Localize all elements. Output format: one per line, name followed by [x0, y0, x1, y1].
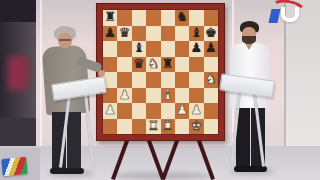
- square-c7: [132, 26, 146, 42]
- square-b2: [117, 103, 131, 119]
- square-b6: [117, 41, 131, 57]
- piece-wk-g1: ♚: [191, 119, 203, 132]
- channel-logo-blue-mark-icon: [269, 9, 281, 23]
- piece-wn-h4: ♞: [205, 72, 217, 85]
- square-a8: ♜: [103, 10, 117, 26]
- square-h8: [204, 10, 218, 26]
- square-c3: [132, 88, 146, 104]
- piece-bb-c6: ♝: [133, 41, 145, 54]
- square-g4: [189, 72, 203, 88]
- piece-bn-f8: ♞: [176, 10, 188, 23]
- square-g6: ♟: [189, 41, 203, 57]
- square-b4: [117, 72, 131, 88]
- channel-logo-white-letter-icon: [281, 7, 299, 22]
- square-f5: [175, 57, 189, 73]
- square-e1: ♜: [161, 119, 175, 135]
- right-presenter-shoes: [234, 166, 267, 172]
- square-f8: ♞: [175, 10, 189, 26]
- square-f3: [175, 88, 189, 104]
- square-h7: ♚: [204, 26, 218, 42]
- piece-wp-a2: ♟: [104, 103, 116, 116]
- square-h1: [204, 119, 218, 135]
- square-e4: [161, 72, 175, 88]
- piece-wr-e1: ♜: [162, 119, 174, 132]
- left-presenter-shoes: [50, 168, 84, 174]
- square-d1: ♜: [146, 119, 160, 135]
- square-c4: [132, 72, 146, 88]
- piece-bq-b7: ♛: [119, 26, 131, 39]
- square-a1: [103, 119, 117, 135]
- square-a7: ♟: [103, 26, 117, 42]
- square-e8: [161, 10, 175, 26]
- square-g2: ♟: [189, 103, 203, 119]
- square-a6: [103, 41, 117, 57]
- right-presenter-beard: [242, 36, 256, 44]
- square-f1: [175, 119, 189, 135]
- studio-left-top-panel: [0, 0, 36, 22]
- left-presenter-glasses: [59, 39, 71, 41]
- square-f6: [175, 41, 189, 57]
- square-g1: ♚: [189, 119, 203, 135]
- piece-bk-h7: ♚: [205, 26, 217, 39]
- piece-wp-g2: ♟: [191, 103, 203, 116]
- broadcaster-logo: [1, 157, 27, 176]
- square-h4: ♞: [204, 72, 218, 88]
- square-a2: ♟: [103, 103, 117, 119]
- studio-red-light: [8, 56, 28, 90]
- piece-wb-e3: ♝: [162, 88, 174, 101]
- piece-wp-b3: ♟: [119, 88, 131, 101]
- square-c5: ♛: [132, 57, 146, 73]
- piece-wp-f2: ♟: [176, 103, 188, 116]
- square-b1: [117, 119, 131, 135]
- piece-bp-a7: ♟: [104, 26, 116, 39]
- square-d4: [146, 72, 160, 88]
- square-h6: ♟: [204, 41, 218, 57]
- square-d3: [146, 88, 160, 104]
- square-c8: [132, 10, 146, 26]
- square-a5: [103, 57, 117, 73]
- square-g5: [189, 57, 203, 73]
- square-g8: [189, 10, 203, 26]
- studio-left-dark-panels: [0, 0, 36, 150]
- channel-logo: [264, 2, 306, 30]
- square-g7: ♝: [189, 26, 203, 42]
- square-e6: [161, 41, 175, 57]
- wall-panel-seam: [40, 0, 42, 146]
- piece-wn-d5: ♞: [147, 57, 159, 70]
- piece-wr-d1: ♜: [147, 119, 159, 132]
- piece-bp-h6: ♟: [205, 41, 217, 54]
- square-b3: ♟: [117, 88, 131, 104]
- square-f2: ♟: [175, 103, 189, 119]
- square-d8: [146, 10, 160, 26]
- square-b7: ♛: [117, 26, 131, 42]
- square-g3: [189, 88, 203, 104]
- tv-studio-frame: ♜♞♟♛♝♚♝♟♟♛♞♜♞♟♝♟♟♟♜♜♚: [0, 0, 320, 180]
- piece-bq-c5: ♛: [133, 57, 145, 70]
- square-d5: ♞: [146, 57, 160, 73]
- square-f4: [175, 72, 189, 88]
- square-h2: [204, 103, 218, 119]
- demo-board-frame: ♜♞♟♛♝♚♝♟♟♛♞♜♞♟♝♟♟♟♜♜♚: [96, 3, 225, 141]
- square-e3: ♝: [161, 88, 175, 104]
- piece-bp-g6: ♟: [191, 41, 203, 54]
- square-b5: [117, 57, 131, 73]
- square-d2: [146, 103, 160, 119]
- square-f7: [175, 26, 189, 42]
- square-d6: [146, 41, 160, 57]
- square-e7: [161, 26, 175, 42]
- left-presenter-leg: [67, 112, 81, 170]
- piece-bb-g7: ♝: [191, 26, 203, 39]
- square-b8: [117, 10, 131, 26]
- square-h5: [204, 57, 218, 73]
- piece-br-e5: ♜: [162, 57, 174, 70]
- square-d7: [146, 26, 160, 42]
- demo-chess-board: ♜♞♟♛♝♚♝♟♟♛♞♜♞♟♝♟♟♟♜♜♚: [102, 9, 219, 135]
- square-e2: [161, 103, 175, 119]
- piece-br-a8: ♜: [104, 10, 116, 23]
- square-c6: ♝: [132, 41, 146, 57]
- square-e5: ♜: [161, 57, 175, 73]
- square-c1: [132, 119, 146, 135]
- square-h3: [204, 88, 218, 104]
- square-c2: [132, 103, 146, 119]
